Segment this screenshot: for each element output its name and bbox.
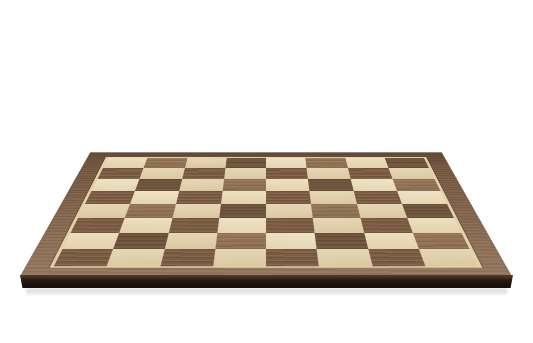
square-a8 <box>103 158 148 168</box>
square-h3 <box>407 218 461 233</box>
square-h2 <box>413 233 470 249</box>
square-a1 <box>54 249 114 267</box>
square-e5 <box>266 191 311 204</box>
square-c6 <box>179 179 224 191</box>
square-h6 <box>392 179 440 191</box>
square-d6 <box>222 179 266 191</box>
square-h8 <box>384 158 429 168</box>
square-g5 <box>353 191 401 204</box>
square-e6 <box>266 179 310 191</box>
square-g3 <box>360 218 413 233</box>
square-d8 <box>225 158 266 168</box>
square-h4 <box>402 204 454 218</box>
square-h1 <box>419 249 479 267</box>
square-f8 <box>305 158 347 168</box>
square-b2 <box>113 233 168 249</box>
square-c2 <box>164 233 217 249</box>
square-g8 <box>345 158 388 168</box>
square-f1 <box>317 249 372 267</box>
square-d7 <box>224 168 266 179</box>
product-photo-stage <box>0 0 533 343</box>
square-g7 <box>348 168 393 179</box>
square-d3 <box>217 218 266 233</box>
square-c3 <box>168 218 219 233</box>
square-a4 <box>78 204 130 218</box>
square-b1 <box>107 249 164 267</box>
chessboard <box>20 152 512 276</box>
square-e2 <box>266 233 317 249</box>
square-e7 <box>266 168 308 179</box>
square-c4 <box>172 204 221 218</box>
square-c1 <box>160 249 215 267</box>
board-frame <box>20 152 512 276</box>
square-a5 <box>85 191 135 204</box>
square-a3 <box>71 218 125 233</box>
square-g4 <box>357 204 407 218</box>
square-a2 <box>63 233 120 249</box>
board-shadow <box>26 289 507 296</box>
square-g1 <box>368 249 425 267</box>
square-f4 <box>311 204 360 218</box>
square-e3 <box>266 218 315 233</box>
square-c5 <box>176 191 223 204</box>
board-playing-field <box>50 157 483 268</box>
square-e8 <box>266 158 307 168</box>
square-a7 <box>97 168 143 179</box>
square-d4 <box>219 204 266 218</box>
square-b4 <box>125 204 175 218</box>
square-c8 <box>184 158 226 168</box>
square-e1 <box>266 249 319 267</box>
square-b6 <box>135 179 182 191</box>
square-e4 <box>266 204 313 218</box>
square-b3 <box>119 218 172 233</box>
square-f5 <box>310 191 357 204</box>
square-b7 <box>140 168 185 179</box>
square-g6 <box>350 179 397 191</box>
square-a6 <box>91 179 139 191</box>
square-d1 <box>213 249 266 267</box>
square-f2 <box>315 233 368 249</box>
square-g2 <box>364 233 419 249</box>
square-b5 <box>130 191 178 204</box>
square-f3 <box>313 218 364 233</box>
board-front-edge <box>20 275 513 288</box>
square-d2 <box>215 233 266 249</box>
square-b8 <box>144 158 187 168</box>
square-d5 <box>221 191 266 204</box>
square-f7 <box>307 168 351 179</box>
square-h7 <box>388 168 434 179</box>
square-c7 <box>182 168 226 179</box>
square-h5 <box>397 191 447 204</box>
square-f6 <box>308 179 353 191</box>
